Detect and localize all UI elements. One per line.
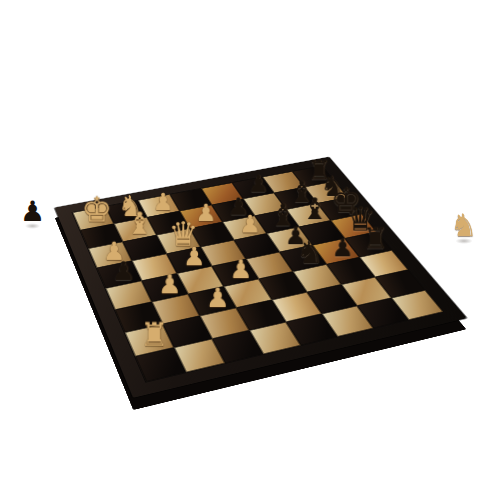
black-pawn[interactable]: ♟ bbox=[331, 236, 353, 260]
chess-board-3d: ♚♞♟♟♜♝♟♟♝♞♟♛♟♝♝♚♟♟♟♛♟♟♞♟♜♟♜ bbox=[55, 157, 467, 398]
white-pawn[interactable]: ♟ bbox=[229, 258, 252, 282]
white-pawn[interactable]: ♟ bbox=[158, 272, 182, 297]
captured-white-knight[interactable]: ♞ bbox=[450, 210, 478, 241]
white-pawn[interactable]: ♟ bbox=[206, 286, 230, 311]
black-rook[interactable]: ♜ bbox=[362, 226, 388, 253]
black-pawn[interactable]: ♟ bbox=[248, 174, 269, 196]
white-pawn[interactable]: ♟ bbox=[183, 245, 206, 269]
chess-set-photo: ♚♞♟♟♜♝♟♟♝♞♟♛♟♝♝♚♟♟♟♛♟♟♞♟♜♟♜ ♟ ♞ bbox=[0, 0, 494, 494]
white-pawn[interactable]: ♟ bbox=[239, 213, 261, 236]
white-king[interactable]: ♚ bbox=[81, 194, 112, 227]
white-bishop[interactable]: ♝ bbox=[126, 209, 153, 238]
black-knight[interactable]: ♞ bbox=[296, 239, 323, 268]
black-pawn[interactable]: ♟ bbox=[112, 259, 135, 284]
board-frame: ♚♞♟♟♜♝♟♟♝♞♟♛♟♝♝♚♟♟♟♛♟♟♞♟♜♟♜ bbox=[55, 157, 467, 398]
black-bishop[interactable]: ♝ bbox=[301, 195, 328, 223]
white-rook[interactable]: ♜ bbox=[140, 320, 169, 351]
captured-black-pawn[interactable]: ♟ bbox=[20, 198, 45, 226]
white-pawn[interactable]: ♟ bbox=[153, 191, 174, 213]
